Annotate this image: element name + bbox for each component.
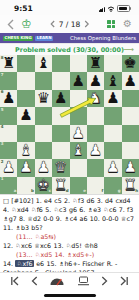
problem-counter: 7 / 18 <box>59 20 81 29</box>
black-queen: ♛ <box>35 90 52 107</box>
move-line: (13... ♘xd5 14. ♗xd5+-) <box>16 251 136 260</box>
square-f3[interactable]: ♟ <box>87 142 104 159</box>
square-c1[interactable]: c♚ <box>35 177 52 194</box>
square-g2[interactable]: ♟ <box>104 159 121 176</box>
square-e8[interactable] <box>70 55 87 72</box>
square-g4[interactable] <box>104 125 121 142</box>
white-bishop: ♝ <box>70 142 87 159</box>
square-b3[interactable]: ♝ <box>17 142 34 159</box>
square-a3[interactable]: 3 <box>0 142 17 159</box>
white-pawn: ♟ <box>104 159 121 176</box>
square-g6[interactable]: ♟ <box>104 90 121 107</box>
black-pawn: ♟ <box>17 107 34 124</box>
square-b6[interactable] <box>17 90 34 107</box>
square-e6[interactable] <box>70 90 87 107</box>
square-e5[interactable] <box>70 107 87 124</box>
chess-king-logo-icon: ♔ <box>21 18 32 30</box>
app-screen: 9:51 ♔ 7 / 18 <box>0 0 139 300</box>
black-bishop: ♝ <box>35 55 52 72</box>
square-b8[interactable] <box>17 55 34 72</box>
battery-icon <box>117 5 130 12</box>
computer-analysis-button[interactable] <box>77 276 90 286</box>
square-h1[interactable]: h♜ <box>122 177 139 194</box>
problem-status-row: Problem solved (30/30, 00:00) ⟶ <box>0 43 139 55</box>
square-a6[interactable]: 6♟ <box>0 90 17 107</box>
settings-button[interactable]: ⚙ <box>123 19 132 29</box>
go-to-start-button[interactable] <box>10 276 19 286</box>
problem-status-text: Problem solved (30/30, 00:00) <box>15 46 124 54</box>
white-bishop: ♝ <box>17 142 34 159</box>
square-f4[interactable] <box>87 125 104 142</box>
clock: 9:51 <box>14 4 33 13</box>
prev-problem-button[interactable] <box>50 20 55 28</box>
white-pawn: ♟ <box>0 159 17 176</box>
square-g7[interactable]: ♝ <box>104 72 121 89</box>
status-bar: 9:51 <box>0 0 139 15</box>
square-a7[interactable]: 7 <box>0 72 17 89</box>
white-pawn: ♟ <box>87 142 104 159</box>
square-d7[interactable] <box>52 72 69 89</box>
square-d3[interactable] <box>52 142 69 159</box>
move-text[interactable]: □ [#102] 1. e4 c5 2. ♘f3 d6 3. d4 cxd4 4… <box>3 197 134 231</box>
white-queen: ♛ <box>52 159 69 176</box>
computer-analysis-icon <box>77 276 90 286</box>
square-h6[interactable] <box>122 90 139 107</box>
player-controls <box>0 272 139 289</box>
cellular-icon <box>99 7 105 12</box>
square-d1[interactable]: d♜ <box>52 177 69 194</box>
square-c2[interactable]: ♟ <box>35 159 52 176</box>
move-line: 12. ♘xc6 ♕xc6 13. ♘d5! ♔h8 <box>3 242 136 251</box>
next-arrow-icon[interactable]: ⟶ <box>123 46 134 54</box>
move-text[interactable]: (13... ♘xd5 14. ♗xd5+-) <box>16 251 94 258</box>
square-f8[interactable]: ♜ <box>87 55 104 72</box>
navigation-toolbar: ♔ 7 / 18 ⚙ <box>0 15 139 33</box>
black-pawn: ♟ <box>70 72 87 89</box>
go-to-end-icon <box>120 276 129 286</box>
file-label: f <box>102 189 104 193</box>
grid-icon <box>107 20 111 24</box>
square-c6[interactable]: ♛ <box>35 90 52 107</box>
white-knight: ♞ <box>87 90 104 107</box>
square-h5[interactable] <box>122 107 139 124</box>
square-e3[interactable]: ♝ <box>70 142 87 159</box>
square-b4[interactable] <box>17 125 34 142</box>
square-f5[interactable] <box>87 107 104 124</box>
square-d8[interactable] <box>52 55 69 72</box>
step-forward-button[interactable] <box>101 276 108 286</box>
square-a8[interactable]: 8♜ <box>0 55 17 72</box>
brand-banner: CHESS KING LEARN Chess Opening Blunders <box>0 33 139 43</box>
square-e4[interactable]: ♟ <box>70 125 87 142</box>
move-text[interactable]: 14. <box>3 260 15 267</box>
square-d5[interactable] <box>52 107 69 124</box>
file-label: e <box>83 189 86 193</box>
rank-label: 5 <box>1 108 4 112</box>
home-indicator[interactable] <box>44 294 96 298</box>
engine-gauge-button[interactable] <box>49 276 65 286</box>
learn-badge: LEARN <box>35 36 53 41</box>
square-h4[interactable] <box>122 125 139 142</box>
chess-board: 8♜♝♜♚7♟♟♝♟6♟♛♟♞♟5♟4♟3♝♝♟2♟♟♟♛♟♟1abc♚d♜ef… <box>0 55 139 194</box>
white-pawn: ♟ <box>70 125 87 142</box>
square-f6[interactable]: ♞ <box>87 90 104 107</box>
black-pawn: ♟ <box>52 90 69 107</box>
square-b2[interactable]: ♟ <box>17 159 34 176</box>
square-e2[interactable] <box>70 159 87 176</box>
move-list: □ [#102] 1. e4 c5 2. ♘f3 d6 3. d4 cxd4 4… <box>0 194 139 272</box>
home-indicator-area <box>0 289 139 300</box>
black-pawn: ♟ <box>122 72 139 89</box>
black-king: ♚ <box>122 55 139 72</box>
move-line: 14. ♘xf6 e6 15. ♗h6+- Fischer R. - Steph… <box>3 260 136 272</box>
file-label: a <box>14 189 17 193</box>
go-to-start-icon <box>10 276 19 286</box>
square-g3[interactable] <box>104 142 121 159</box>
white-pawn: ♟ <box>35 159 52 176</box>
square-c7[interactable] <box>35 72 52 89</box>
square-a4[interactable]: 4 <box>0 125 17 142</box>
chess-king-badge: CHESS KING <box>3 36 33 41</box>
rank-label: 7 <box>1 73 4 77</box>
move-line: □ [#102] 1. e4 c5 2. ♘f3 d6 3. d4 cxd4 4… <box>3 197 136 233</box>
white-rook: ♜ <box>52 177 69 194</box>
square-c4[interactable] <box>35 125 52 142</box>
problem-list-button[interactable] <box>107 20 115 28</box>
square-b1[interactable]: b <box>17 177 34 194</box>
black-pawn: ♟ <box>87 72 104 89</box>
square-b5[interactable]: ♟ <box>17 107 34 124</box>
square-h2[interactable]: ♟ <box>122 159 139 176</box>
square-d4[interactable] <box>52 125 69 142</box>
white-pawn: ♟ <box>122 159 139 176</box>
black-bishop: ♝ <box>104 72 121 89</box>
course-title: Chess Opening Blunders <box>70 35 136 41</box>
black-rook: ♜ <box>0 55 17 72</box>
square-c8[interactable]: ♝ <box>35 55 52 72</box>
file-label: g <box>118 189 121 193</box>
black-pawn: ♟ <box>0 90 17 107</box>
square-f1[interactable]: f <box>87 177 104 194</box>
step-back-icon <box>31 276 38 286</box>
square-h3[interactable] <box>122 142 139 159</box>
square-a5[interactable]: 5 <box>0 107 17 124</box>
square-f7[interactable]: ♟ <box>87 72 104 89</box>
square-c3[interactable] <box>35 142 52 159</box>
square-d2[interactable]: ♛ <box>52 159 69 176</box>
square-a2[interactable]: 2♟ <box>0 159 17 176</box>
move-text[interactable]: (11... ♘a5⇆) <box>16 233 56 240</box>
square-f2[interactable] <box>87 159 104 176</box>
back-chevron-icon <box>7 19 14 30</box>
black-pawn: ♟ <box>104 90 121 107</box>
chevron-left-icon <box>50 20 55 28</box>
square-e1[interactable]: e <box>70 177 87 194</box>
engine-gauge-icon <box>49 276 65 286</box>
square-a1[interactable]: 1a <box>0 177 17 194</box>
square-c5[interactable] <box>35 107 52 124</box>
chevron-right-icon <box>84 20 89 28</box>
square-g8[interactable] <box>104 55 121 72</box>
square-g1[interactable]: g <box>104 177 121 194</box>
square-h8[interactable]: ♚ <box>122 55 139 72</box>
rank-label: 3 <box>1 142 4 146</box>
board-container: 8♜♝♜♚7♟♟♝♟6♟♛♟♞♟5♟4♟3♝♝♟2♟♟♟♛♟♟1abc♚d♜ef… <box>0 55 139 194</box>
square-g5[interactable] <box>104 107 121 124</box>
go-to-end-button[interactable] <box>120 276 129 286</box>
white-pawn: ♟ <box>17 159 34 176</box>
file-label: b <box>31 189 34 193</box>
white-king: ♚ <box>35 177 52 194</box>
rank-label: 4 <box>1 125 4 129</box>
square-b7[interactable] <box>17 72 34 89</box>
white-rook: ♜ <box>122 177 139 194</box>
next-problem-button[interactable] <box>84 20 89 28</box>
wifi-icon <box>107 6 115 12</box>
black-rook: ♜ <box>87 55 104 72</box>
status-icons <box>99 5 130 12</box>
current-move[interactable]: ♘xf6 <box>15 260 34 267</box>
square-e7[interactable]: ♟ <box>70 72 87 89</box>
move-line: (11... ♘a5⇆) <box>16 233 136 242</box>
move-text[interactable]: 12. ♘xc6 ♕xc6 13. ♘d5! ♔h8 <box>3 242 98 249</box>
rank-label: 1 <box>1 177 4 181</box>
back-button[interactable] <box>7 19 14 30</box>
square-d6[interactable]: ♟ <box>52 90 69 107</box>
square-h7[interactable]: ♟ <box>122 72 139 89</box>
step-back-button[interactable] <box>31 276 38 286</box>
step-forward-icon <box>101 276 108 286</box>
problem-pager: 7 / 18 <box>50 20 90 29</box>
